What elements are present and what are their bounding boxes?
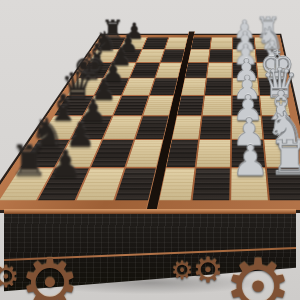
board-square-g3[interactable] [209, 50, 232, 63]
silver-pawn[interactable]: ♟ [231, 138, 268, 184]
board-square-h6[interactable] [143, 37, 168, 48]
board-square-f6[interactable] [130, 63, 159, 78]
black-rook[interactable]: ♜ [10, 138, 47, 184]
copper-trim-top [4, 209, 296, 214]
board-square-g6[interactable] [137, 50, 164, 63]
board-square-a3[interactable] [192, 168, 229, 200]
board-square-d3[interactable] [203, 96, 232, 115]
board-square-c3[interactable] [200, 116, 231, 139]
black-pawn[interactable]: ♟ [47, 143, 84, 184]
board-square-h3[interactable] [211, 37, 233, 48]
silver-rook[interactable]: ♜ [268, 132, 300, 184]
board-square-b3[interactable] [196, 140, 230, 167]
board-square-f3[interactable] [207, 63, 232, 78]
board-square-e6[interactable] [123, 78, 155, 95]
board-square-e3[interactable] [205, 78, 231, 95]
chess-board: ♜♞♝♛♚♝♞♜♟♟♟♟♟♟♟♟♟♟♟♟♟♟♟♟♜♞♝♛♚♝♞♜ [0, 34, 300, 213]
copper-trim-mid [0, 247, 300, 262]
photo-backdrop: ♜♞♝♛♚♝♞♜♟♟♟♟♟♟♟♟♟♟♟♟♟♟♟♟♜♞♝♛♚♝♞♜ ⚙⚙⚙⚙⚙ [0, 0, 300, 300]
